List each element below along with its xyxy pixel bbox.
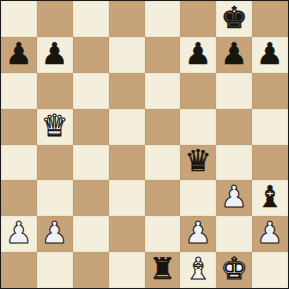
square-b2[interactable]: ♟ — [37, 216, 73, 252]
square-c7[interactable] — [73, 37, 109, 73]
chess-board-frame: ♚♟♟♟♟♟♛♛♟♝♟♟♟♟♜♝♚ — [0, 0, 289, 289]
square-b3[interactable] — [37, 180, 73, 216]
square-g6[interactable] — [216, 73, 252, 109]
square-b7[interactable]: ♟ — [37, 37, 73, 73]
square-c3[interactable] — [73, 180, 109, 216]
piece-white-bishop[interactable]: ♝ — [185, 254, 212, 284]
square-h1[interactable] — [252, 252, 288, 288]
square-e4[interactable] — [145, 145, 181, 181]
square-f2[interactable]: ♟ — [180, 216, 216, 252]
square-b5[interactable]: ♛ — [37, 109, 73, 145]
square-d2[interactable] — [109, 216, 145, 252]
piece-white-pawn[interactable]: ♟ — [257, 218, 284, 248]
square-a8[interactable] — [1, 1, 37, 37]
piece-white-pawn[interactable]: ♟ — [185, 218, 212, 248]
piece-white-pawn[interactable]: ♟ — [5, 218, 32, 248]
square-h4[interactable] — [252, 145, 288, 181]
square-e6[interactable] — [145, 73, 181, 109]
square-f6[interactable] — [180, 73, 216, 109]
square-c5[interactable] — [73, 109, 109, 145]
piece-white-pawn[interactable]: ♟ — [221, 182, 248, 212]
piece-black-pawn[interactable]: ♟ — [5, 39, 32, 69]
square-a7[interactable]: ♟ — [1, 37, 37, 73]
square-f7[interactable]: ♟ — [180, 37, 216, 73]
square-a5[interactable] — [1, 109, 37, 145]
square-e7[interactable] — [145, 37, 181, 73]
square-d4[interactable] — [109, 145, 145, 181]
square-f1[interactable]: ♝ — [180, 252, 216, 288]
square-d8[interactable] — [109, 1, 145, 37]
square-a3[interactable] — [1, 180, 37, 216]
square-e3[interactable] — [145, 180, 181, 216]
chess-board: ♚♟♟♟♟♟♛♛♟♝♟♟♟♟♜♝♚ — [1, 1, 288, 288]
square-d5[interactable] — [109, 109, 145, 145]
square-c8[interactable] — [73, 1, 109, 37]
piece-black-king[interactable]: ♚ — [221, 3, 248, 33]
square-f3[interactable] — [180, 180, 216, 216]
square-e5[interactable] — [145, 109, 181, 145]
square-b8[interactable] — [37, 1, 73, 37]
square-g7[interactable]: ♟ — [216, 37, 252, 73]
piece-white-pawn[interactable]: ♟ — [41, 218, 68, 248]
piece-black-rook[interactable]: ♜ — [149, 254, 176, 284]
square-d7[interactable] — [109, 37, 145, 73]
square-h3[interactable]: ♝ — [252, 180, 288, 216]
square-e8[interactable] — [145, 1, 181, 37]
square-g4[interactable] — [216, 145, 252, 181]
square-b6[interactable] — [37, 73, 73, 109]
square-c1[interactable] — [73, 252, 109, 288]
square-h7[interactable]: ♟ — [252, 37, 288, 73]
square-g8[interactable]: ♚ — [216, 1, 252, 37]
square-f5[interactable] — [180, 109, 216, 145]
piece-black-queen[interactable]: ♛ — [185, 146, 212, 176]
square-g1[interactable]: ♚ — [216, 252, 252, 288]
square-d3[interactable] — [109, 180, 145, 216]
square-c2[interactable] — [73, 216, 109, 252]
piece-black-pawn[interactable]: ♟ — [257, 39, 284, 69]
piece-black-pawn[interactable]: ♟ — [185, 39, 212, 69]
square-e2[interactable] — [145, 216, 181, 252]
piece-black-pawn[interactable]: ♟ — [221, 39, 248, 69]
square-g3[interactable]: ♟ — [216, 180, 252, 216]
square-h5[interactable] — [252, 109, 288, 145]
square-c4[interactable] — [73, 145, 109, 181]
square-a6[interactable] — [1, 73, 37, 109]
piece-black-bishop[interactable]: ♝ — [257, 182, 284, 212]
square-g5[interactable] — [216, 109, 252, 145]
piece-black-pawn[interactable]: ♟ — [41, 39, 68, 69]
square-f8[interactable] — [180, 1, 216, 37]
square-e1[interactable]: ♜ — [145, 252, 181, 288]
square-a1[interactable] — [1, 252, 37, 288]
square-h8[interactable] — [252, 1, 288, 37]
square-d1[interactable] — [109, 252, 145, 288]
square-b4[interactable] — [37, 145, 73, 181]
square-g2[interactable] — [216, 216, 252, 252]
square-b1[interactable] — [37, 252, 73, 288]
square-h2[interactable]: ♟ — [252, 216, 288, 252]
square-f4[interactable]: ♛ — [180, 145, 216, 181]
piece-white-queen[interactable]: ♛ — [41, 111, 68, 141]
square-c6[interactable] — [73, 73, 109, 109]
square-a2[interactable]: ♟ — [1, 216, 37, 252]
square-d6[interactable] — [109, 73, 145, 109]
piece-white-king[interactable]: ♚ — [221, 254, 248, 284]
square-a4[interactable] — [1, 145, 37, 181]
square-h6[interactable] — [252, 73, 288, 109]
